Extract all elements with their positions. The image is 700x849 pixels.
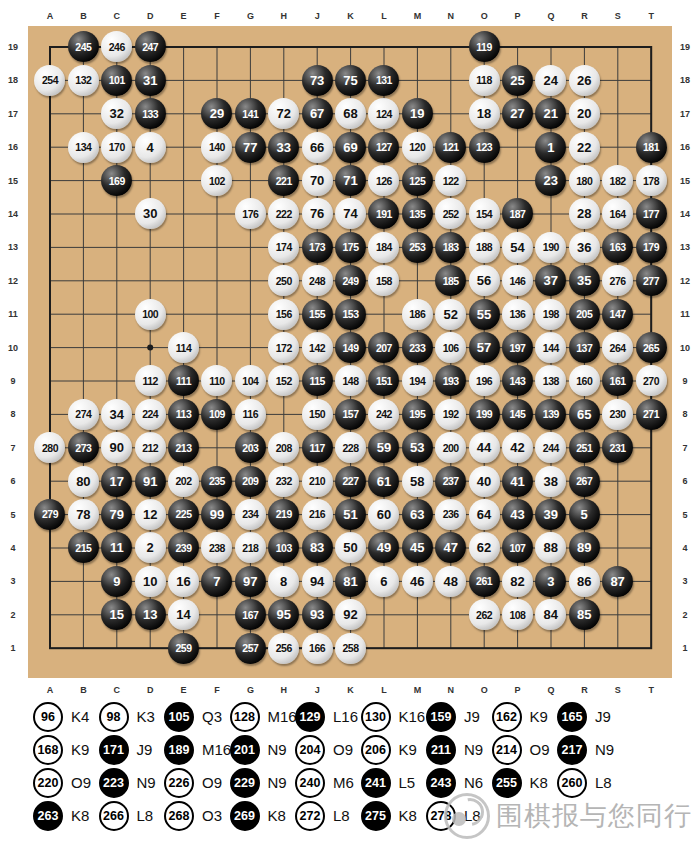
stone-N4: 47 (435, 532, 466, 563)
stone-N9: 193 (435, 365, 466, 396)
stone-D3: 10 (135, 566, 166, 597)
stone-F17: 29 (201, 98, 232, 129)
stone-M8: 195 (402, 399, 433, 430)
stone-A7: 280 (34, 432, 65, 463)
legend-entry-move-129: 129L16 (295, 702, 361, 732)
legend-stone-263: 263 (33, 801, 63, 831)
stone-H7: 208 (268, 432, 299, 463)
stone-J15: 70 (302, 165, 333, 196)
col-label-top-S: S (615, 11, 621, 21)
col-label-bottom-B: B (80, 685, 87, 695)
stone-T13: 179 (636, 232, 667, 263)
stone-J12: 248 (302, 265, 333, 296)
legend-coord-223: N9 (137, 774, 156, 791)
col-label-bottom-F: F (214, 685, 220, 695)
col-label-bottom-K: K (347, 685, 354, 695)
legend-coord-159: J9 (464, 708, 480, 725)
stone-Q18: 24 (535, 65, 566, 96)
stone-P3: 82 (502, 566, 533, 597)
row-label-left-6: 6 (10, 476, 15, 486)
stone-H15: 221 (268, 165, 299, 196)
stone-H6: 232 (268, 466, 299, 497)
stone-O4: 62 (469, 532, 500, 563)
stone-O18: 118 (469, 65, 500, 96)
legend-stone-223: 223 (99, 768, 129, 798)
row-label-right-8: 8 (682, 409, 687, 419)
legend-stone-269: 269 (230, 801, 260, 831)
stone-F8: 109 (201, 399, 232, 430)
col-label-top-K: K (347, 11, 354, 21)
row-label-left-5: 5 (10, 510, 15, 520)
stone-A5: 279 (34, 499, 65, 530)
col-label-bottom-J: J (315, 685, 320, 695)
stone-Q3: 3 (535, 566, 566, 597)
stone-T9: 270 (636, 365, 667, 396)
stone-P4: 107 (502, 532, 533, 563)
stone-J2: 93 (302, 599, 333, 630)
legend-coord-217: N9 (595, 741, 614, 758)
col-label-bottom-D: D (147, 685, 154, 695)
stone-F16: 140 (201, 132, 232, 163)
stone-N15: 122 (435, 165, 466, 196)
stone-Q12: 37 (535, 265, 566, 296)
stone-O5: 64 (469, 499, 500, 530)
stone-H2: 95 (268, 599, 299, 630)
stone-C6: 17 (101, 466, 132, 497)
stone-P2: 108 (502, 599, 533, 630)
legend-coord-204: O9 (333, 741, 353, 758)
stone-J13: 173 (302, 232, 333, 263)
stone-T15: 178 (636, 165, 667, 196)
go-board-field: 1234567891011121314151617181920212223242… (28, 26, 672, 678)
stone-T12: 277 (636, 265, 667, 296)
row-label-right-1: 1 (682, 643, 687, 653)
stone-S15: 182 (602, 165, 633, 196)
legend-row-2: 168K9171J9189M16201N9204O9206K9211N9214O… (33, 733, 623, 766)
legend-stone-211: 211 (426, 735, 456, 765)
legend-entry-move-130: 130K16 (361, 702, 427, 732)
stone-K10: 149 (335, 332, 366, 363)
col-label-top-Q: Q (547, 11, 554, 21)
row-label-right-9: 9 (682, 376, 687, 386)
stone-R9: 160 (569, 365, 600, 396)
col-label-bottom-A: A (47, 685, 54, 695)
stone-L13: 184 (368, 232, 399, 263)
stone-L18: 131 (368, 65, 399, 96)
legend-entry-move-241: 241L5 (361, 768, 427, 798)
col-label-bottom-M: M (414, 685, 422, 695)
stone-R3: 86 (569, 566, 600, 597)
legend-entry-move-204: 204O9 (295, 735, 361, 765)
stone-Q15: 23 (535, 165, 566, 196)
col-label-bottom-S: S (615, 685, 621, 695)
stone-E7: 213 (168, 432, 199, 463)
legend-stone-165: 165 (557, 702, 587, 732)
stone-P13: 54 (502, 232, 533, 263)
row-label-left-17: 17 (8, 109, 18, 119)
go-board: 1234567891011121314151617181920212223242… (0, 0, 700, 698)
stone-J4: 83 (302, 532, 333, 563)
stone-Q13: 190 (535, 232, 566, 263)
legend-stone-206: 206 (361, 735, 391, 765)
watermark: 围棋报与您同行 (444, 793, 692, 839)
stone-H4: 103 (268, 532, 299, 563)
legend-coord-105: Q3 (202, 708, 222, 725)
stone-S11: 147 (602, 299, 633, 330)
stone-K15: 71 (335, 165, 366, 196)
legend-stone-214: 214 (492, 735, 522, 765)
stone-O7: 44 (469, 432, 500, 463)
stone-M6: 58 (402, 466, 433, 497)
legend-coord-275: K8 (399, 807, 417, 824)
stone-D14: 30 (135, 198, 166, 229)
stone-B19: 245 (68, 31, 99, 62)
legend-coord-171: J9 (137, 741, 153, 758)
stone-K16: 69 (335, 132, 366, 163)
legend-stone-130: 130 (361, 702, 391, 732)
legend-stone-217: 217 (557, 735, 587, 765)
stone-D5: 12 (135, 499, 166, 530)
row-label-left-11: 11 (8, 309, 18, 319)
stone-R2: 85 (569, 599, 600, 630)
row-label-left-9: 9 (10, 376, 15, 386)
row-label-left-10: 10 (8, 343, 18, 353)
stone-C15: 169 (101, 165, 132, 196)
stone-R14: 28 (569, 198, 600, 229)
legend-coord-211: N9 (464, 741, 483, 758)
legend-entry-move-240: 240M6 (295, 768, 361, 798)
stone-L10: 207 (368, 332, 399, 363)
stone-C18: 101 (101, 65, 132, 96)
stone-L16: 127 (368, 132, 399, 163)
stone-C19: 246 (101, 31, 132, 62)
stone-K8: 157 (335, 399, 366, 430)
legend-row-1: 96K498K3105Q3128M16129L16130K16159J9162K… (33, 700, 623, 733)
stone-L4: 49 (368, 532, 399, 563)
stone-K17: 68 (335, 98, 366, 129)
row-label-right-4: 4 (682, 543, 687, 553)
stone-H16: 33 (268, 132, 299, 163)
stone-K7: 228 (335, 432, 366, 463)
legend-entry-move-165: 165J9 (557, 702, 623, 732)
col-label-bottom-L: L (381, 685, 387, 695)
col-label-bottom-T: T (648, 685, 654, 695)
legend-coord-201: N9 (268, 741, 287, 758)
stone-L17: 124 (368, 98, 399, 129)
stone-S9: 161 (602, 365, 633, 396)
legend-entry-move-201: 201N9 (230, 735, 296, 765)
stone-K6: 227 (335, 466, 366, 497)
col-label-top-G: G (247, 11, 254, 21)
legend-stone-129: 129 (295, 702, 325, 732)
stone-O8: 199 (469, 399, 500, 430)
legend-stone-229: 229 (230, 768, 260, 798)
stone-T14: 177 (636, 198, 667, 229)
col-label-bottom-P: P (515, 685, 521, 695)
stone-R4: 89 (569, 532, 600, 563)
legend-coord-214: O9 (530, 741, 550, 758)
stone-D2: 13 (135, 599, 166, 630)
stone-E10: 114 (168, 332, 199, 363)
stone-N14: 252 (435, 198, 466, 229)
row-label-right-13: 13 (680, 242, 690, 252)
legend-stone-266: 266 (99, 801, 129, 831)
legend-coord-165: J9 (595, 708, 611, 725)
stone-B18: 132 (68, 65, 99, 96)
col-label-top-O: O (481, 11, 488, 21)
stone-O19: 119 (469, 31, 500, 62)
stone-L8: 242 (368, 399, 399, 430)
stone-H11: 156 (268, 299, 299, 330)
legend-entry-move-189: 189M16 (164, 735, 230, 765)
col-label-top-M: M (414, 11, 422, 21)
stone-N7: 200 (435, 432, 466, 463)
stone-G5: 234 (235, 499, 266, 530)
stone-Q8: 139 (535, 399, 566, 430)
stone-Q11: 198 (535, 299, 566, 330)
stone-H17: 72 (268, 98, 299, 129)
row-label-right-10: 10 (680, 343, 690, 353)
stone-T8: 271 (636, 399, 667, 430)
row-label-right-15: 15 (680, 176, 690, 186)
stone-O17: 18 (469, 98, 500, 129)
stone-B6: 80 (68, 466, 99, 497)
stone-O11: 55 (469, 299, 500, 330)
col-label-top-D: D (147, 11, 154, 21)
stone-C8: 34 (101, 399, 132, 430)
legend-coord-241: L5 (399, 774, 416, 791)
stone-D8: 224 (135, 399, 166, 430)
stone-P17: 27 (502, 98, 533, 129)
stone-E9: 111 (168, 365, 199, 396)
stone-Q5: 39 (535, 499, 566, 530)
col-label-bottom-C: C (114, 685, 121, 695)
stone-F9: 110 (201, 365, 232, 396)
col-label-bottom-G: G (247, 685, 254, 695)
stone-F3: 7 (201, 566, 232, 597)
stone-B8: 274 (68, 399, 99, 430)
stone-P9: 143 (502, 365, 533, 396)
legend-stone-204: 204 (295, 735, 325, 765)
stone-O6: 40 (469, 466, 500, 497)
stone-S14: 164 (602, 198, 633, 229)
stone-R16: 22 (569, 132, 600, 163)
stone-Q2: 84 (535, 599, 566, 630)
legend-entry-move-162: 162K9 (492, 702, 558, 732)
legend-coord-260: L8 (595, 774, 612, 791)
stone-R5: 5 (569, 499, 600, 530)
legend-stone-162: 162 (492, 702, 522, 732)
legend-coord-96: K4 (71, 708, 89, 725)
legend-coord-266: L8 (137, 807, 154, 824)
stone-Q6: 38 (535, 466, 566, 497)
legend-entry-move-105: 105Q3 (164, 702, 230, 732)
stone-E5: 225 (168, 499, 199, 530)
stone-P5: 43 (502, 499, 533, 530)
legend-entry-move-268: 268O3 (164, 801, 230, 831)
stone-N8: 192 (435, 399, 466, 430)
stone-G1: 257 (235, 633, 266, 664)
stone-K12: 249 (335, 265, 366, 296)
stone-M9: 194 (402, 365, 433, 396)
stone-R17: 20 (569, 98, 600, 129)
stone-J7: 117 (302, 432, 333, 463)
stone-Q16: 1 (535, 132, 566, 163)
row-label-right-12: 12 (680, 276, 690, 286)
stone-D17: 133 (135, 98, 166, 129)
legend-stone-275: 275 (361, 801, 391, 831)
col-label-top-P: P (515, 11, 521, 21)
row-label-left-7: 7 (10, 443, 15, 453)
legend-stone-272: 272 (295, 801, 325, 831)
stone-K3: 81 (335, 566, 366, 597)
stone-G14: 176 (235, 198, 266, 229)
stone-E6: 202 (168, 466, 199, 497)
legend-entry-move-223: 223N9 (99, 768, 165, 798)
col-label-top-R: R (581, 11, 588, 21)
col-label-top-B: B (80, 11, 87, 21)
row-label-right-17: 17 (680, 109, 690, 119)
stone-F4: 238 (201, 532, 232, 563)
row-label-left-4: 4 (10, 543, 15, 553)
col-label-top-L: L (381, 11, 387, 21)
stone-R6: 267 (569, 466, 600, 497)
legend-entry-move-229: 229N9 (230, 768, 296, 798)
stone-L7: 59 (368, 432, 399, 463)
stone-M16: 120 (402, 132, 433, 163)
legend-stone-189: 189 (164, 735, 194, 765)
stone-G7: 203 (235, 432, 266, 463)
col-label-bottom-O: O (481, 685, 488, 695)
stone-G17: 141 (235, 98, 266, 129)
stone-J10: 142 (302, 332, 333, 363)
stone-G4: 218 (235, 532, 266, 563)
legend-coord-189: M16 (202, 741, 231, 758)
legend-stone-241: 241 (361, 768, 391, 798)
row-label-left-15: 15 (8, 176, 18, 186)
row-label-right-18: 18 (680, 75, 690, 85)
col-label-bottom-N: N (448, 685, 455, 695)
stone-L5: 60 (368, 499, 399, 530)
stone-H10: 172 (268, 332, 299, 363)
stone-M17: 19 (402, 98, 433, 129)
legend-entry-move-269: 269K8 (230, 801, 296, 831)
legend-entry-move-128: 128M16 (230, 702, 296, 732)
stone-Q17: 21 (535, 98, 566, 129)
legend-coord-206: K9 (399, 741, 417, 758)
stone-N13: 183 (435, 232, 466, 263)
stone-P18: 25 (502, 65, 533, 96)
stone-S13: 163 (602, 232, 633, 263)
stone-H5: 219 (268, 499, 299, 530)
legend-entry-move-217: 217N9 (557, 735, 623, 765)
stone-J14: 76 (302, 198, 333, 229)
stone-M5: 63 (402, 499, 433, 530)
stone-R7: 251 (569, 432, 600, 463)
stone-J17: 67 (302, 98, 333, 129)
stone-M3: 46 (402, 566, 433, 597)
col-label-top-C: C (114, 11, 121, 21)
legend-coord-255: K8 (530, 774, 548, 791)
stone-Q10: 144 (535, 332, 566, 363)
stone-E4: 239 (168, 532, 199, 563)
legend-coord-240: M6 (333, 774, 354, 791)
row-label-left-2: 2 (10, 610, 15, 620)
stone-N6: 237 (435, 466, 466, 497)
legend-stone-226: 226 (164, 768, 194, 798)
legend-stone-171: 171 (99, 735, 129, 765)
legend-stone-201: 201 (230, 735, 260, 765)
stone-S7: 231 (602, 432, 633, 463)
stone-C2: 15 (101, 599, 132, 630)
stone-G3: 97 (235, 566, 266, 597)
stone-C4: 11 (101, 532, 132, 563)
stone-L3: 6 (368, 566, 399, 597)
stone-R8: 65 (569, 399, 600, 430)
stone-J1: 166 (302, 633, 333, 664)
legend-entry-move-272: 272L8 (295, 801, 361, 831)
stone-F5: 99 (201, 499, 232, 530)
stone-G6: 209 (235, 466, 266, 497)
row-label-right-5: 5 (682, 510, 687, 520)
stone-O9: 196 (469, 365, 500, 396)
stone-E8: 113 (168, 399, 199, 430)
legend-coord-130: K16 (399, 708, 426, 725)
stone-Q4: 88 (535, 532, 566, 563)
stone-S12: 276 (602, 265, 633, 296)
stone-A18: 254 (34, 65, 65, 96)
row-label-left-19: 19 (8, 42, 18, 52)
legend-stone-128: 128 (230, 702, 260, 732)
stone-L12: 158 (368, 265, 399, 296)
stone-O2: 262 (469, 599, 500, 630)
stone-R11: 205 (569, 299, 600, 330)
stone-H13: 174 (268, 232, 299, 263)
row-label-right-7: 7 (682, 443, 687, 453)
legend-row-4: 263K8266L8268O3269K8272L8275K8278L8 (33, 799, 492, 832)
stone-J16: 66 (302, 132, 333, 163)
legend-entry-move-98: 98K3 (99, 702, 165, 732)
legend-coord-229: N9 (268, 774, 287, 791)
col-label-bottom-Q: Q (547, 685, 554, 695)
stone-O14: 154 (469, 198, 500, 229)
stone-G8: 116 (235, 399, 266, 430)
legend-stone-220: 220 (33, 768, 63, 798)
row-label-left-3: 3 (10, 576, 15, 586)
legend-entry-move-211: 211N9 (426, 735, 492, 765)
stone-P14: 187 (502, 198, 533, 229)
stone-J8: 150 (302, 399, 333, 430)
stone-D4: 2 (135, 532, 166, 563)
stone-G16: 77 (235, 132, 266, 163)
stone-O12: 56 (469, 265, 500, 296)
legend-stone-240: 240 (295, 768, 325, 798)
legend-entry-move-266: 266L8 (99, 801, 165, 831)
stone-R13: 36 (569, 232, 600, 263)
stone-K9: 148 (335, 365, 366, 396)
stone-E2: 14 (168, 599, 199, 630)
legend-coord-226: O9 (202, 774, 222, 791)
stone-D9: 112 (135, 365, 166, 396)
stone-Q7: 244 (535, 432, 566, 463)
stone-R12: 35 (569, 265, 600, 296)
stone-L15: 126 (368, 165, 399, 196)
stone-grid: 1234567891011121314151617181920212223242… (33, 30, 667, 664)
row-label-left-18: 18 (8, 75, 18, 85)
stone-M10: 233 (402, 332, 433, 363)
stone-J9: 115 (302, 365, 333, 396)
stone-C17: 32 (101, 98, 132, 129)
